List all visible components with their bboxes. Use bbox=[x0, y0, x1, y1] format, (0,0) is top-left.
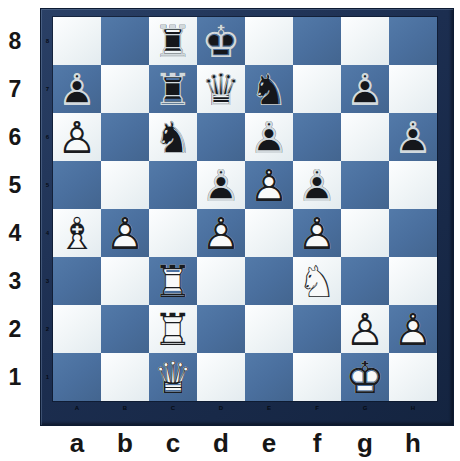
square-d4[interactable]: ♟♙ bbox=[197, 209, 245, 257]
square-f5[interactable]: ♟♙ bbox=[293, 161, 341, 209]
black-knight-outline: ♘ bbox=[149, 113, 197, 161]
frame-rank-label-5: 5 bbox=[42, 161, 53, 209]
black-knight[interactable]: ♞♘ bbox=[245, 65, 293, 113]
square-b1[interactable] bbox=[101, 353, 149, 401]
square-a8[interactable] bbox=[53, 17, 101, 65]
square-e1[interactable] bbox=[245, 353, 293, 401]
black-queen-outline: ♕ bbox=[197, 65, 245, 113]
square-d5[interactable]: ♟♙ bbox=[197, 161, 245, 209]
frame-rank-label-6: 6 bbox=[42, 113, 53, 161]
square-h8[interactable] bbox=[389, 17, 437, 65]
square-g7[interactable]: ♟♙ bbox=[341, 65, 389, 113]
frame-file-label-G: G bbox=[341, 404, 389, 413]
white-pawn-outline: ♙ bbox=[53, 113, 101, 161]
file-label-h: h bbox=[389, 428, 437, 458]
rank-label-4: 4 bbox=[0, 209, 30, 257]
white-pawn[interactable]: ♟♙ bbox=[245, 161, 293, 209]
white-king[interactable]: ♚♔ bbox=[341, 353, 389, 401]
square-g6[interactable] bbox=[341, 113, 389, 161]
black-rook-outline: ♖ bbox=[149, 17, 197, 65]
square-e3[interactable] bbox=[245, 257, 293, 305]
black-king-outline: ♔ bbox=[197, 17, 245, 65]
white-bishop-outline: ♗ bbox=[53, 209, 101, 257]
white-queen-outline: ♕ bbox=[149, 353, 197, 401]
square-c3[interactable]: ♜♖ bbox=[149, 257, 197, 305]
square-c4[interactable] bbox=[149, 209, 197, 257]
square-d2[interactable] bbox=[197, 305, 245, 353]
frame-file-label-E: E bbox=[245, 404, 293, 413]
rank-label-3: 3 bbox=[0, 257, 30, 305]
frame-rank-label-4: 4 bbox=[42, 209, 53, 257]
square-f2[interactable] bbox=[293, 305, 341, 353]
square-c5[interactable] bbox=[149, 161, 197, 209]
square-f6[interactable] bbox=[293, 113, 341, 161]
square-c1[interactable]: ♛♕ bbox=[149, 353, 197, 401]
black-pawn-outline: ♙ bbox=[197, 161, 245, 209]
white-knight[interactable]: ♞♘ bbox=[293, 257, 341, 305]
square-h2[interactable]: ♟♙ bbox=[389, 305, 437, 353]
square-a3[interactable] bbox=[53, 257, 101, 305]
white-pawn-outline: ♙ bbox=[389, 305, 437, 353]
chess-diagram: 87654321 87654321 ♜♖♚♔♟♙♜♖♛♕♞♘♟♙♟♙♞♘♟♙♟♙… bbox=[0, 0, 460, 461]
rank-label-8: 8 bbox=[0, 17, 30, 65]
square-a7[interactable]: ♟♙ bbox=[53, 65, 101, 113]
white-pawn[interactable]: ♟♙ bbox=[389, 305, 437, 353]
square-g1[interactable]: ♚♔ bbox=[341, 353, 389, 401]
white-king-outline: ♔ bbox=[341, 353, 389, 401]
white-pawn[interactable]: ♟♙ bbox=[53, 113, 101, 161]
white-knight-outline: ♘ bbox=[293, 257, 341, 305]
white-pawn-outline: ♙ bbox=[341, 305, 389, 353]
frame-rank-label-1: 1 bbox=[42, 353, 53, 401]
frame-file-label-F: F bbox=[293, 404, 341, 413]
frame-rank-label-7: 7 bbox=[42, 65, 53, 113]
white-rook-outline: ♖ bbox=[149, 257, 197, 305]
black-pawn[interactable]: ♟♙ bbox=[341, 65, 389, 113]
rank-label-1: 1 bbox=[0, 353, 30, 401]
square-f3[interactable]: ♞♘ bbox=[293, 257, 341, 305]
white-pawn[interactable]: ♟♙ bbox=[101, 209, 149, 257]
square-c6[interactable]: ♞♘ bbox=[149, 113, 197, 161]
board-frame: 87654321 ♜♖♚♔♟♙♜♖♛♕♞♘♟♙♟♙♞♘♟♙♟♙♟♙♟♙♟♙♝♗♟… bbox=[40, 8, 454, 426]
file-label-a: a bbox=[53, 428, 101, 458]
frame-file-label-B: B bbox=[101, 404, 149, 413]
file-label-f: f bbox=[293, 428, 341, 458]
square-h3[interactable] bbox=[389, 257, 437, 305]
square-a5[interactable] bbox=[53, 161, 101, 209]
square-d3[interactable] bbox=[197, 257, 245, 305]
file-label-e: e bbox=[245, 428, 293, 458]
frame-file-labels: ABCDEFGH bbox=[53, 404, 437, 413]
square-b6[interactable] bbox=[101, 113, 149, 161]
square-c8[interactable]: ♜♖ bbox=[149, 17, 197, 65]
file-labels: abcdefgh bbox=[53, 428, 437, 458]
square-h5[interactable] bbox=[389, 161, 437, 209]
white-bishop[interactable]: ♝♗ bbox=[53, 209, 101, 257]
white-rook[interactable]: ♜♖ bbox=[149, 257, 197, 305]
square-a4[interactable]: ♝♗ bbox=[53, 209, 101, 257]
black-pawn[interactable]: ♟♙ bbox=[245, 113, 293, 161]
square-a2[interactable] bbox=[53, 305, 101, 353]
square-d6[interactable] bbox=[197, 113, 245, 161]
rank-label-6: 6 bbox=[0, 113, 30, 161]
square-e2[interactable] bbox=[245, 305, 293, 353]
black-knight-outline: ♘ bbox=[245, 65, 293, 113]
white-pawn[interactable]: ♟♙ bbox=[197, 209, 245, 257]
white-pawn[interactable]: ♟♙ bbox=[293, 209, 341, 257]
white-queen[interactable]: ♛♕ bbox=[149, 353, 197, 401]
square-e7[interactable]: ♞♘ bbox=[245, 65, 293, 113]
file-label-c: c bbox=[149, 428, 197, 458]
white-rook-outline: ♖ bbox=[149, 305, 197, 353]
white-pawn[interactable]: ♟♙ bbox=[341, 305, 389, 353]
frame-rank-label-3: 3 bbox=[42, 257, 53, 305]
square-b5[interactable] bbox=[101, 161, 149, 209]
square-h7[interactable] bbox=[389, 65, 437, 113]
square-c2[interactable]: ♜♖ bbox=[149, 305, 197, 353]
square-a1[interactable] bbox=[53, 353, 101, 401]
square-g5[interactable] bbox=[341, 161, 389, 209]
rank-label-7: 7 bbox=[0, 65, 30, 113]
black-pawn[interactable]: ♟♙ bbox=[53, 65, 101, 113]
black-pawn-outline: ♙ bbox=[341, 65, 389, 113]
square-e4[interactable] bbox=[245, 209, 293, 257]
square-f8[interactable] bbox=[293, 17, 341, 65]
frame-file-label-D: D bbox=[197, 404, 245, 413]
square-c7[interactable]: ♜♖ bbox=[149, 65, 197, 113]
black-king[interactable]: ♚♔ bbox=[197, 17, 245, 65]
square-h6[interactable]: ♟♙ bbox=[389, 113, 437, 161]
square-e8[interactable] bbox=[245, 17, 293, 65]
black-pawn-outline: ♙ bbox=[389, 113, 437, 161]
frame-file-label-C: C bbox=[149, 404, 197, 413]
white-pawn-outline: ♙ bbox=[101, 209, 149, 257]
board-grid: ♜♖♚♔♟♙♜♖♛♕♞♘♟♙♟♙♞♘♟♙♟♙♟♙♟♙♟♙♝♗♟♙♟♙♟♙♜♖♞♘… bbox=[53, 17, 437, 401]
white-pawn-outline: ♙ bbox=[245, 161, 293, 209]
rank-label-5: 5 bbox=[0, 161, 30, 209]
black-pawn-outline: ♙ bbox=[245, 113, 293, 161]
frame-rank-labels: 87654321 bbox=[42, 17, 53, 401]
black-pawn[interactable]: ♟♙ bbox=[389, 113, 437, 161]
square-b2[interactable] bbox=[101, 305, 149, 353]
black-queen[interactable]: ♛♕ bbox=[197, 65, 245, 113]
square-e5[interactable]: ♟♙ bbox=[245, 161, 293, 209]
black-pawn[interactable]: ♟♙ bbox=[197, 161, 245, 209]
square-f1[interactable] bbox=[293, 353, 341, 401]
file-label-b: b bbox=[101, 428, 149, 458]
square-h1[interactable] bbox=[389, 353, 437, 401]
black-knight[interactable]: ♞♘ bbox=[149, 113, 197, 161]
square-d7[interactable]: ♛♕ bbox=[197, 65, 245, 113]
black-pawn-outline: ♙ bbox=[293, 161, 341, 209]
frame-file-label-A: A bbox=[53, 404, 101, 413]
square-d8[interactable]: ♚♔ bbox=[197, 17, 245, 65]
white-rook[interactable]: ♜♖ bbox=[149, 305, 197, 353]
square-b4[interactable]: ♟♙ bbox=[101, 209, 149, 257]
square-g8[interactable] bbox=[341, 17, 389, 65]
frame-file-label-H: H bbox=[389, 404, 437, 413]
black-pawn[interactable]: ♟♙ bbox=[293, 161, 341, 209]
square-g4[interactable] bbox=[341, 209, 389, 257]
white-pawn-outline: ♙ bbox=[197, 209, 245, 257]
white-pawn-outline: ♙ bbox=[293, 209, 341, 257]
square-g3[interactable] bbox=[341, 257, 389, 305]
black-pawn-outline: ♙ bbox=[53, 65, 101, 113]
square-d1[interactable] bbox=[197, 353, 245, 401]
square-f7[interactable] bbox=[293, 65, 341, 113]
square-h4[interactable] bbox=[389, 209, 437, 257]
rank-label-2: 2 bbox=[0, 305, 30, 353]
rank-labels: 87654321 bbox=[0, 17, 30, 401]
square-e6[interactable]: ♟♙ bbox=[245, 113, 293, 161]
square-f4[interactable]: ♟♙ bbox=[293, 209, 341, 257]
square-b8[interactable] bbox=[101, 17, 149, 65]
square-g2[interactable]: ♟♙ bbox=[341, 305, 389, 353]
frame-rank-label-8: 8 bbox=[42, 17, 53, 65]
file-label-g: g bbox=[341, 428, 389, 458]
square-b7[interactable] bbox=[101, 65, 149, 113]
file-label-d: d bbox=[197, 428, 245, 458]
black-rook[interactable]: ♜♖ bbox=[149, 65, 197, 113]
square-a6[interactable]: ♟♙ bbox=[53, 113, 101, 161]
frame-rank-label-2: 2 bbox=[42, 305, 53, 353]
black-rook-outline: ♖ bbox=[149, 65, 197, 113]
black-rook[interactable]: ♜♖ bbox=[149, 17, 197, 65]
square-b3[interactable] bbox=[101, 257, 149, 305]
